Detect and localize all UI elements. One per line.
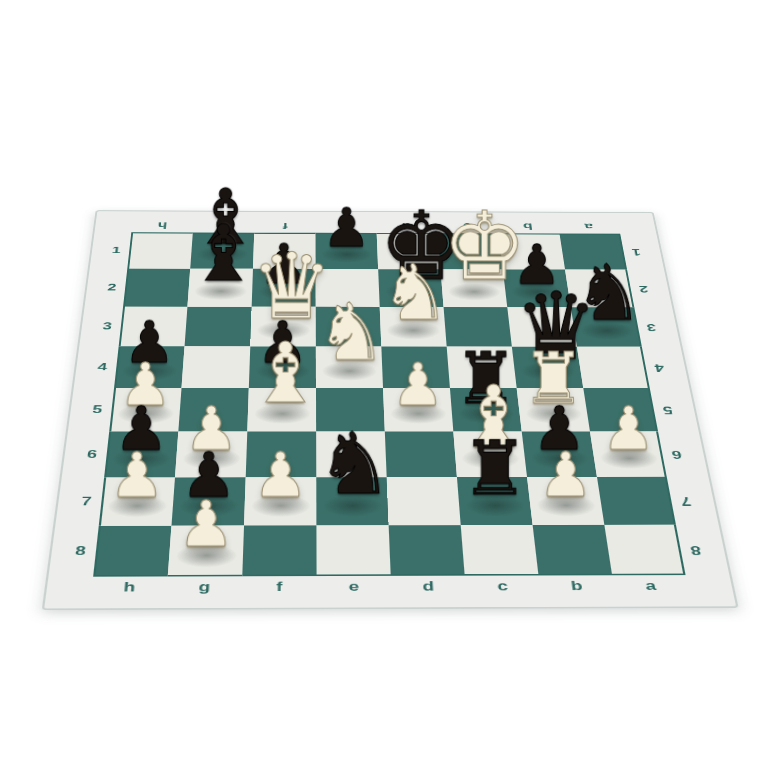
rank-label-left-8: 8 xyxy=(62,526,99,577)
square-c8[interactable] xyxy=(461,525,539,576)
piece-white-knight-e4[interactable]: ♞ xyxy=(316,295,382,370)
square-e8[interactable] xyxy=(316,525,390,576)
file-label-far-f-text: f xyxy=(282,220,287,230)
square-a7[interactable] xyxy=(597,477,676,525)
piece-white-knight-d3[interactable]: ♞ xyxy=(381,256,446,330)
square-d8[interactable] xyxy=(389,525,465,576)
rank-label-left-1: 1 xyxy=(101,232,131,268)
rank-label-left-3-text: 3 xyxy=(102,320,113,332)
file-label-near-f: f xyxy=(241,576,316,598)
rank-label-left-7-text: 7 xyxy=(80,494,92,508)
rank-label-right-3-text: 3 xyxy=(646,321,657,333)
rank-label-right-4-text: 4 xyxy=(654,361,666,373)
file-label-far-a: a xyxy=(557,219,620,234)
piece-black-bishop-g2[interactable]: ♝ xyxy=(189,217,253,291)
square-b7[interactable]: ♟ xyxy=(527,477,604,525)
file-label-far-h-text: h xyxy=(158,220,168,231)
file-label-near-h: h xyxy=(91,576,168,598)
piece-white-pawn-g8[interactable]: ♟ xyxy=(169,494,243,555)
chess-scene: hgfedcba1♝♟12♝♟♚♚♟23♛♞♞34♟♟♞♛45♟♝♟♜♜56♟♟… xyxy=(64,69,701,706)
file-label-near-b-text: b xyxy=(570,578,584,594)
rank-label-left-1-text: 1 xyxy=(111,245,121,256)
file-label-near-g-text: g xyxy=(198,579,210,595)
square-g8[interactable]: ♟ xyxy=(168,526,244,577)
board-frame: hgfedcba1♝♟12♝♟♚♚♟23♛♞♞34♟♟♞♛45♟♝♟♜♜56♟♟… xyxy=(59,218,721,599)
square-f8[interactable] xyxy=(242,525,316,576)
piece-black-rook-c7[interactable]: ♜ xyxy=(459,434,530,505)
square-a8[interactable] xyxy=(604,525,685,576)
rank-label-right-8-text: 8 xyxy=(689,542,702,557)
square-d7[interactable] xyxy=(387,477,461,525)
square-d5[interactable]: ♟ xyxy=(383,388,453,432)
rank-label-right-5-text: 5 xyxy=(662,403,674,416)
file-label-far-h: h xyxy=(131,218,194,233)
rank-label-left-5-text: 5 xyxy=(92,403,103,416)
rank-label-left-4-text: 4 xyxy=(97,361,108,373)
square-f5[interactable]: ♝ xyxy=(247,388,316,432)
square-e7[interactable]: ♞ xyxy=(316,477,388,525)
file-label-near-e: e xyxy=(317,576,392,598)
rank-label-left-6-text: 6 xyxy=(86,447,98,461)
file-label-near-g: g xyxy=(166,576,242,598)
rank-label-right-7-text: 7 xyxy=(680,493,693,507)
piece-white-king-c2[interactable]: ♚ xyxy=(442,201,505,291)
file-label-near-f-text: f xyxy=(276,579,283,595)
rank-label-right-4: 4 xyxy=(642,347,678,388)
piece-white-pawn-d5[interactable]: ♟ xyxy=(384,357,452,413)
mat-corner-3 xyxy=(59,577,93,599)
rank-label-right-6-text: 6 xyxy=(671,447,683,461)
piece-black-knight-e7[interactable]: ♞ xyxy=(316,424,388,505)
file-label-near-h-text: h xyxy=(123,580,136,596)
file-label-near-b: b xyxy=(538,575,615,597)
file-label-near-c: c xyxy=(465,575,541,597)
square-c2[interactable]: ♚ xyxy=(441,269,508,307)
square-h8[interactable] xyxy=(93,526,171,577)
file-label-near-e-text: e xyxy=(348,579,359,595)
mat-corner-1 xyxy=(106,218,133,233)
square-d3[interactable]: ♞ xyxy=(380,307,447,347)
square-b8[interactable] xyxy=(533,525,613,576)
square-h1[interactable] xyxy=(127,232,193,268)
piece-white-pawn-h7[interactable]: ♟ xyxy=(101,446,173,505)
square-c7[interactable]: ♜ xyxy=(457,477,533,525)
file-label-near-d-text: d xyxy=(422,579,434,595)
mat-corner-2 xyxy=(617,219,645,234)
rank-label-left-2-text: 2 xyxy=(107,282,117,293)
mat-corner-4 xyxy=(686,575,721,597)
rank-label-left-8-text: 8 xyxy=(74,543,86,558)
square-g2[interactable]: ♝ xyxy=(187,269,253,307)
square-g3[interactable] xyxy=(185,307,252,347)
photo-tilt-wrapper: hgfedcba1♝♟12♝♟♚♚♟23♛♞♞34♟♟♞♛45♟♝♟♜♜56♟♟… xyxy=(0,0,768,768)
piece-white-pawn-b7[interactable]: ♟ xyxy=(530,446,601,505)
file-label-near-c-text: c xyxy=(497,579,509,595)
file-label-near-a: a xyxy=(612,575,690,597)
file-label-near-d: d xyxy=(391,576,467,598)
file-label-far-f: f xyxy=(254,218,315,233)
square-h2[interactable] xyxy=(123,269,190,307)
piece-white-bishop-f5[interactable]: ♝ xyxy=(248,334,316,413)
square-a6[interactable]: ♟ xyxy=(590,431,667,477)
file-label-far-a-text: a xyxy=(583,221,593,231)
piece-white-pawn-a6[interactable]: ♟ xyxy=(594,400,663,457)
square-h7[interactable]: ♟ xyxy=(99,477,175,525)
piece-white-pawn-f7[interactable]: ♟ xyxy=(245,446,317,505)
square-f7[interactable]: ♟ xyxy=(244,477,316,525)
square-g4[interactable] xyxy=(182,346,251,388)
vinyl-chess-mat: hgfedcba1♝♟12♝♟♚♚♟23♛♞♞34♟♟♞♛45♟♝♟♜♜56♟♟… xyxy=(42,210,739,610)
file-label-near-a-text: a xyxy=(644,578,657,594)
square-d6[interactable] xyxy=(385,431,457,477)
square-e4[interactable]: ♞ xyxy=(316,346,383,388)
